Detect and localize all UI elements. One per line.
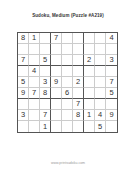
cell-r6c9: 5 [106, 88, 117, 99]
cell-r8c1: 3 [18, 110, 29, 121]
cell-r3c5 [62, 55, 73, 66]
cell-r9c7 [84, 121, 95, 132]
cell-r4c9 [106, 66, 117, 77]
cell-r7c4 [51, 99, 62, 110]
cell-r7c8 [95, 99, 106, 110]
cell-r6c5: 6 [62, 88, 73, 99]
cell-r6c2: 7 [29, 88, 40, 99]
cell-r6c3: 8 [40, 88, 51, 99]
cell-r4c4 [51, 66, 62, 77]
footer-url: www.printsudoku.com [0, 161, 136, 165]
cell-r5c8 [95, 77, 106, 88]
cell-r5c2 [29, 77, 40, 88]
cell-r8c8: 4 [95, 110, 106, 121]
cell-r6c6 [73, 88, 84, 99]
cell-r4c2: 4 [29, 66, 40, 77]
cell-r2c1 [18, 44, 29, 55]
cell-r1c1: 8 [18, 33, 29, 44]
cell-r9c9 [106, 121, 117, 132]
cell-r5c3: 3 [40, 77, 51, 88]
cell-r3c9: 3 [106, 55, 117, 66]
cell-r9c8: 5 [95, 121, 106, 132]
cell-r3c3: 5 [40, 55, 51, 66]
cell-r9c5 [62, 121, 73, 132]
cell-r5c6: 2 [73, 77, 84, 88]
sudoku-board: 8174752345392797865737814915 [17, 32, 118, 133]
cell-r6c4 [51, 88, 62, 99]
cell-r1c3 [40, 33, 51, 44]
cell-r6c7 [84, 88, 95, 99]
cell-r5c9: 7 [106, 77, 117, 88]
cell-r2c7 [84, 44, 95, 55]
cell-r3c7: 2 [84, 55, 95, 66]
cell-r4c1 [18, 66, 29, 77]
cell-r7c5 [62, 99, 73, 110]
cell-r7c3 [40, 99, 51, 110]
cell-r3c2 [29, 55, 40, 66]
cell-r9c3: 1 [40, 121, 51, 132]
cell-r4c8 [95, 66, 106, 77]
cell-r2c3 [40, 44, 51, 55]
cell-r9c2 [29, 121, 40, 132]
cell-r2c9 [106, 44, 117, 55]
cell-r4c7 [84, 66, 95, 77]
cell-r1c2: 1 [29, 33, 40, 44]
cell-r4c6 [73, 66, 84, 77]
cell-r7c6: 7 [73, 99, 84, 110]
cell-r3c8 [95, 55, 106, 66]
cell-r7c9 [106, 99, 117, 110]
cell-r3c6 [73, 55, 84, 66]
cell-r2c8 [95, 44, 106, 55]
cell-r5c4: 9 [51, 77, 62, 88]
cell-r3c1: 7 [18, 55, 29, 66]
cell-r4c5 [62, 66, 73, 77]
cell-r9c1 [18, 121, 29, 132]
cell-r4c3 [40, 66, 51, 77]
cell-r1c5 [62, 33, 73, 44]
cell-r8c7: 1 [84, 110, 95, 121]
cell-r5c7 [84, 77, 95, 88]
cell-r8c9: 9 [106, 110, 117, 121]
page-title: Sudoku, Medium (Puzzle #A219) [0, 13, 136, 18]
cell-r6c8 [95, 88, 106, 99]
cell-r9c4 [51, 121, 62, 132]
cell-r2c2 [29, 44, 40, 55]
cell-r2c5 [62, 44, 73, 55]
cell-r2c4 [51, 44, 62, 55]
cell-r5c1: 5 [18, 77, 29, 88]
cell-r1c7 [84, 33, 95, 44]
cell-r1c4: 7 [51, 33, 62, 44]
cell-r1c8 [95, 33, 106, 44]
cell-r5c5 [62, 77, 73, 88]
cell-r7c7 [84, 99, 95, 110]
cell-r9c6 [73, 121, 84, 132]
cell-r8c2 [29, 110, 40, 121]
cell-r2c6 [73, 44, 84, 55]
cell-r1c9: 4 [106, 33, 117, 44]
cell-r8c5 [62, 110, 73, 121]
cell-r7c1 [18, 99, 29, 110]
cell-r6c1: 9 [18, 88, 29, 99]
cell-r8c6: 8 [73, 110, 84, 121]
cell-r8c3: 7 [40, 110, 51, 121]
cell-r3c4 [51, 55, 62, 66]
cell-r7c2 [29, 99, 40, 110]
cell-r8c4 [51, 110, 62, 121]
cell-r1c6 [73, 33, 84, 44]
